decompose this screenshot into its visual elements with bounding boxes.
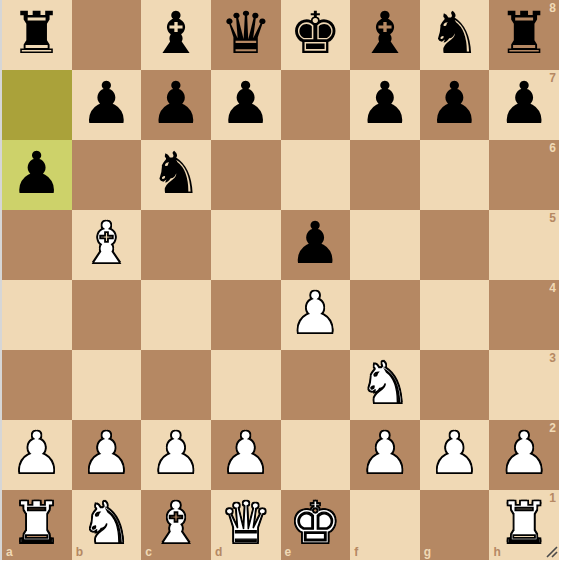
square-d2[interactable]: ♟ [211, 420, 281, 490]
piece-black-rook[interactable]: ♜ [498, 4, 550, 62]
square-c6[interactable]: ♞ [141, 140, 211, 210]
square-a7[interactable] [2, 70, 72, 140]
square-c1[interactable]: ♝c [141, 490, 211, 560]
square-e8[interactable]: ♚ [281, 0, 351, 70]
square-d4[interactable] [211, 280, 281, 350]
piece-white-pawn[interactable]: ♟ [359, 424, 411, 482]
square-f5[interactable] [350, 210, 420, 280]
file-label-g: g [424, 546, 431, 558]
square-d8[interactable]: ♛ [211, 0, 281, 70]
square-h3[interactable]: 3 [489, 350, 559, 420]
square-e3[interactable] [281, 350, 351, 420]
square-g2[interactable]: ♟ [420, 420, 490, 490]
piece-white-pawn[interactable]: ♟ [150, 424, 202, 482]
piece-black-queen[interactable]: ♛ [220, 4, 272, 62]
square-b4[interactable] [72, 280, 142, 350]
square-c7[interactable]: ♟ [141, 70, 211, 140]
board-frame: ♜♝♛♚♝♞♜8♟♟♟♟♟♟7♟♞6♝♟5♟4♞3♟♟♟♟♟♟♟2♜a♞b♝c♛… [0, 0, 561, 563]
piece-white-bishop[interactable]: ♝ [150, 494, 202, 552]
square-a1[interactable]: ♜a [2, 490, 72, 560]
square-a5[interactable] [2, 210, 72, 280]
square-d5[interactable] [211, 210, 281, 280]
piece-white-pawn[interactable]: ♟ [429, 424, 481, 482]
square-b7[interactable]: ♟ [72, 70, 142, 140]
piece-black-king[interactable]: ♚ [289, 4, 341, 62]
piece-black-knight[interactable]: ♞ [150, 144, 202, 202]
square-f3[interactable]: ♞ [350, 350, 420, 420]
board-resize-handle[interactable] [543, 543, 558, 558]
square-h6[interactable]: 6 [489, 140, 559, 210]
square-d7[interactable]: ♟ [211, 70, 281, 140]
square-e1[interactable]: ♚e [281, 490, 351, 560]
rank-label-1: 1 [549, 492, 556, 504]
square-c4[interactable] [141, 280, 211, 350]
piece-black-pawn[interactable]: ♟ [11, 144, 63, 202]
rank-label-7: 7 [549, 72, 556, 84]
square-g6[interactable] [420, 140, 490, 210]
square-f4[interactable] [350, 280, 420, 350]
square-b5[interactable]: ♝ [72, 210, 142, 280]
square-c2[interactable]: ♟ [141, 420, 211, 490]
square-f1[interactable]: f [350, 490, 420, 560]
square-c3[interactable] [141, 350, 211, 420]
file-label-f: f [354, 546, 358, 558]
piece-white-queen[interactable]: ♛ [220, 494, 272, 552]
chess-board: ♜♝♛♚♝♞♜8♟♟♟♟♟♟7♟♞6♝♟5♟4♞3♟♟♟♟♟♟♟2♜a♞b♝c♛… [2, 0, 559, 560]
rank-label-4: 4 [549, 282, 556, 294]
square-g5[interactable] [420, 210, 490, 280]
piece-white-knight[interactable]: ♞ [359, 354, 411, 412]
piece-black-knight[interactable]: ♞ [429, 4, 481, 62]
square-e5[interactable]: ♟ [281, 210, 351, 280]
square-a4[interactable] [2, 280, 72, 350]
piece-white-pawn[interactable]: ♟ [289, 284, 341, 342]
rank-label-6: 6 [549, 142, 556, 154]
resize-diagonal-icon [543, 543, 558, 558]
square-a3[interactable] [2, 350, 72, 420]
square-e2[interactable] [281, 420, 351, 490]
rank-label-2: 2 [549, 422, 556, 434]
square-g1[interactable]: g [420, 490, 490, 560]
square-e7[interactable] [281, 70, 351, 140]
square-a8[interactable]: ♜ [2, 0, 72, 70]
square-h8[interactable]: ♜8 [489, 0, 559, 70]
square-f6[interactable] [350, 140, 420, 210]
square-b1[interactable]: ♞b [72, 490, 142, 560]
square-h5[interactable]: 5 [489, 210, 559, 280]
square-b2[interactable]: ♟ [72, 420, 142, 490]
square-f7[interactable]: ♟ [350, 70, 420, 140]
rank-label-5: 5 [549, 212, 556, 224]
piece-black-pawn[interactable]: ♟ [150, 74, 202, 132]
square-c5[interactable] [141, 210, 211, 280]
square-d6[interactable] [211, 140, 281, 210]
square-a2[interactable]: ♟ [2, 420, 72, 490]
square-g8[interactable]: ♞ [420, 0, 490, 70]
square-d1[interactable]: ♛d [211, 490, 281, 560]
square-b8[interactable] [72, 0, 142, 70]
square-d3[interactable] [211, 350, 281, 420]
piece-black-pawn[interactable]: ♟ [429, 74, 481, 132]
piece-white-pawn[interactable]: ♟ [498, 424, 550, 482]
piece-black-pawn[interactable]: ♟ [359, 74, 411, 132]
piece-white-pawn[interactable]: ♟ [220, 424, 272, 482]
square-c8[interactable]: ♝ [141, 0, 211, 70]
square-f8[interactable]: ♝ [350, 0, 420, 70]
square-h2[interactable]: ♟2 [489, 420, 559, 490]
square-b3[interactable] [72, 350, 142, 420]
piece-black-bishop[interactable]: ♝ [359, 4, 411, 62]
rank-label-3: 3 [549, 352, 556, 364]
square-a6[interactable]: ♟ [2, 140, 72, 210]
square-g7[interactable]: ♟ [420, 70, 490, 140]
piece-black-pawn[interactable]: ♟ [220, 74, 272, 132]
square-f2[interactable]: ♟ [350, 420, 420, 490]
piece-white-knight[interactable]: ♞ [80, 494, 132, 552]
piece-black-pawn[interactable]: ♟ [80, 74, 132, 132]
square-e6[interactable] [281, 140, 351, 210]
rank-label-8: 8 [549, 2, 556, 14]
piece-white-king[interactable]: ♚ [289, 494, 341, 552]
square-e4[interactable]: ♟ [281, 280, 351, 350]
piece-white-pawn[interactable]: ♟ [11, 424, 63, 482]
piece-black-bishop[interactable]: ♝ [150, 4, 202, 62]
piece-white-rook[interactable]: ♜ [11, 494, 63, 552]
piece-black-pawn[interactable]: ♟ [289, 214, 341, 272]
piece-white-bishop[interactable]: ♝ [80, 214, 132, 272]
piece-white-pawn[interactable]: ♟ [80, 424, 132, 482]
square-g3[interactable] [420, 350, 490, 420]
square-h7[interactable]: ♟7 [489, 70, 559, 140]
square-g4[interactable] [420, 280, 490, 350]
square-b6[interactable] [72, 140, 142, 210]
piece-black-pawn[interactable]: ♟ [498, 74, 550, 132]
square-h4[interactable]: 4 [489, 280, 559, 350]
piece-black-rook[interactable]: ♜ [11, 4, 63, 62]
